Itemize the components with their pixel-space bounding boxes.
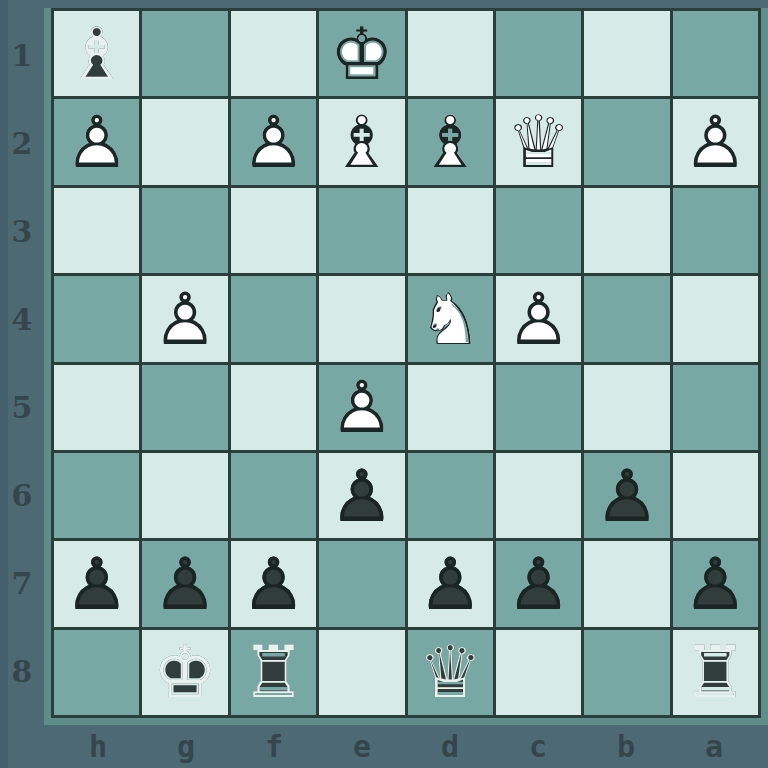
file-label-f: f — [230, 724, 318, 768]
piece-black-pawn: ♟♙ — [496, 541, 581, 626]
square-a6[interactable] — [673, 453, 758, 538]
file-label-e: e — [318, 724, 406, 768]
square-d7[interactable]: ♟♙ — [408, 541, 493, 626]
square-a7[interactable]: ♟♙ — [673, 541, 758, 626]
square-c5[interactable] — [496, 365, 581, 450]
square-h6[interactable] — [54, 453, 139, 538]
square-a8[interactable]: ♜♖ — [673, 630, 758, 715]
file-label-d: d — [406, 724, 494, 768]
piece-black-pawn: ♟♙ — [673, 541, 758, 626]
square-g6[interactable] — [142, 453, 227, 538]
piece-black-bishop: ♝♗ — [54, 11, 139, 96]
piece-white-pawn: ♟♙ — [673, 99, 758, 184]
square-c8[interactable] — [496, 630, 581, 715]
file-label-h: h — [54, 724, 142, 768]
piece-black-queen: ♛♕ — [408, 630, 493, 715]
square-d4[interactable]: ♞♘ — [408, 276, 493, 361]
square-b1[interactable] — [584, 11, 669, 96]
piece-white-queen: ♛♕ — [496, 99, 581, 184]
square-c3[interactable] — [496, 188, 581, 273]
square-g5[interactable] — [142, 365, 227, 450]
square-f8[interactable]: ♜♖ — [231, 630, 316, 715]
square-c4[interactable]: ♟♙ — [496, 276, 581, 361]
piece-white-pawn: ♟♙ — [231, 99, 316, 184]
square-g1[interactable] — [142, 11, 227, 96]
square-b5[interactable] — [584, 365, 669, 450]
square-d6[interactable] — [408, 453, 493, 538]
piece-black-pawn: ♟♙ — [54, 541, 139, 626]
square-g2[interactable] — [142, 99, 227, 184]
square-c7[interactable]: ♟♙ — [496, 541, 581, 626]
square-f7[interactable]: ♟♙ — [231, 541, 316, 626]
piece-white-knight: ♞♘ — [408, 276, 493, 361]
square-b4[interactable] — [584, 276, 669, 361]
rank-label-4: 4 — [0, 275, 44, 363]
rank-label-8: 8 — [0, 627, 44, 715]
square-b8[interactable] — [584, 630, 669, 715]
square-d1[interactable] — [408, 11, 493, 96]
piece-white-pawn: ♟♙ — [142, 276, 227, 361]
piece-white-bishop: ♝♗ — [319, 99, 404, 184]
square-e5[interactable]: ♟♙ — [319, 365, 404, 450]
square-b6[interactable]: ♟♙ — [584, 453, 669, 538]
square-d2[interactable]: ♝♗ — [408, 99, 493, 184]
square-f4[interactable] — [231, 276, 316, 361]
square-a4[interactable] — [673, 276, 758, 361]
square-c2[interactable]: ♛♕ — [496, 99, 581, 184]
file-label-a: a — [670, 724, 758, 768]
rank-label-6: 6 — [0, 451, 44, 539]
piece-black-pawn: ♟♙ — [408, 541, 493, 626]
piece-white-pawn: ♟♙ — [54, 99, 139, 184]
piece-black-rook: ♜♖ — [231, 630, 316, 715]
file-label-b: b — [582, 724, 670, 768]
square-e7[interactable] — [319, 541, 404, 626]
file-label-g: g — [142, 724, 230, 768]
rank-labels: 12345678 — [0, 11, 44, 715]
piece-white-pawn: ♟♙ — [496, 276, 581, 361]
square-e4[interactable] — [319, 276, 404, 361]
square-a2[interactable]: ♟♙ — [673, 99, 758, 184]
piece-white-pawn: ♟♙ — [319, 365, 404, 450]
square-a1[interactable] — [673, 11, 758, 96]
chess-diagram: ♝♗♚♔♟♙♟♙♝♗♝♗♛♕♟♙♟♙♞♘♟♙♟♙♟♙♟♙♟♙♟♙♟♙♟♙♟♙♟♙… — [0, 0, 768, 768]
square-g8[interactable]: ♚♔ — [142, 630, 227, 715]
piece-white-king: ♚♔ — [319, 11, 404, 96]
rank-label-2: 2 — [0, 99, 44, 187]
square-e2[interactable]: ♝♗ — [319, 99, 404, 184]
square-f5[interactable] — [231, 365, 316, 450]
piece-black-pawn: ♟♙ — [584, 453, 669, 538]
square-e8[interactable] — [319, 630, 404, 715]
square-e6[interactable]: ♟♙ — [319, 453, 404, 538]
piece-black-pawn: ♟♙ — [142, 541, 227, 626]
rank-label-3: 3 — [0, 187, 44, 275]
square-f1[interactable] — [231, 11, 316, 96]
square-e1[interactable]: ♚♔ — [319, 11, 404, 96]
square-h7[interactable]: ♟♙ — [54, 541, 139, 626]
square-c6[interactable] — [496, 453, 581, 538]
square-g7[interactable]: ♟♙ — [142, 541, 227, 626]
square-h2[interactable]: ♟♙ — [54, 99, 139, 184]
square-d3[interactable] — [408, 188, 493, 273]
square-a3[interactable] — [673, 188, 758, 273]
square-h3[interactable] — [54, 188, 139, 273]
square-b3[interactable] — [584, 188, 669, 273]
piece-black-pawn: ♟♙ — [231, 541, 316, 626]
square-f3[interactable] — [231, 188, 316, 273]
square-d5[interactable] — [408, 365, 493, 450]
square-b7[interactable] — [584, 541, 669, 626]
square-h8[interactable] — [54, 630, 139, 715]
rank-label-7: 7 — [0, 539, 44, 627]
square-b2[interactable] — [584, 99, 669, 184]
square-f2[interactable]: ♟♙ — [231, 99, 316, 184]
square-g3[interactable] — [142, 188, 227, 273]
square-g4[interactable]: ♟♙ — [142, 276, 227, 361]
rank-label-5: 5 — [0, 363, 44, 451]
square-f6[interactable] — [231, 453, 316, 538]
square-e3[interactable] — [319, 188, 404, 273]
square-a5[interactable] — [673, 365, 758, 450]
piece-black-rook: ♜♖ — [673, 630, 758, 715]
file-labels: hgfedcba — [54, 724, 758, 768]
square-c1[interactable] — [496, 11, 581, 96]
square-h1[interactable]: ♝♗ — [54, 11, 139, 96]
rank-label-1: 1 — [0, 11, 44, 99]
square-d8[interactable]: ♛♕ — [408, 630, 493, 715]
square-h4[interactable] — [54, 276, 139, 361]
piece-white-bishop: ♝♗ — [408, 99, 493, 184]
square-h5[interactable] — [54, 365, 139, 450]
chess-board: ♝♗♚♔♟♙♟♙♝♗♝♗♛♕♟♙♟♙♞♘♟♙♟♙♟♙♟♙♟♙♟♙♟♙♟♙♟♙♟♙… — [51, 8, 761, 718]
piece-black-pawn: ♟♙ — [319, 453, 404, 538]
file-label-c: c — [494, 724, 582, 768]
piece-black-king: ♚♔ — [142, 630, 227, 715]
